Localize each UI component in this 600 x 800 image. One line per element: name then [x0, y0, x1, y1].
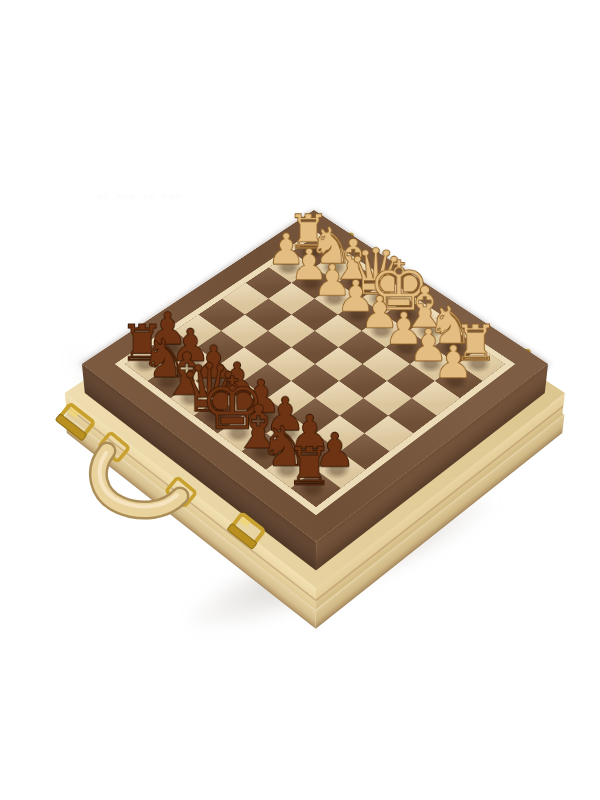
product-photo-stage: ·· ··· ·· ··· ♜♞♝♛♚♝♞♜♟♟♟♟♟♟♟♟♟♟♟♟♟♟♟♟♜♞… [0, 0, 600, 800]
piece-black-rook-h8[interactable]: ♜ [274, 441, 345, 493]
chess-case: ♜♞♝♛♚♝♞♜♟♟♟♟♟♟♟♟♟♟♟♟♟♟♟♟♜♞♝♛♚♝♞♜ [62, 198, 569, 559]
scene-3d: ♜♞♝♛♚♝♞♜♟♟♟♟♟♟♟♟♟♟♟♟♟♟♟♟♜♞♝♛♚♝♞♜ [0, 0, 600, 800]
piece-white-pawn-h2[interactable]: ♟ [419, 340, 487, 385]
